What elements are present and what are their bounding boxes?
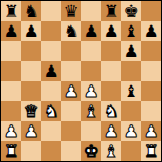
square-f7[interactable]: ♟ <box>101 21 121 41</box>
piece-black-knight[interactable]: ♞ <box>63 21 78 41</box>
square-d1[interactable] <box>61 141 81 161</box>
square-d7[interactable]: ♞ <box>61 21 81 41</box>
square-c1[interactable] <box>41 141 61 161</box>
square-h5[interactable] <box>141 61 161 81</box>
piece-white-rook[interactable]: ♜ <box>3 141 18 161</box>
square-d4[interactable]: ♟ <box>61 81 81 101</box>
square-a5[interactable] <box>1 61 21 81</box>
piece-black-pawn[interactable]: ♟ <box>83 21 98 41</box>
square-a4[interactable] <box>1 81 21 101</box>
square-f8[interactable]: ♜ <box>101 1 121 21</box>
square-g6[interactable]: ♟ <box>121 41 141 61</box>
square-f1[interactable]: ♝ <box>101 141 121 161</box>
square-h1[interactable]: ♜ <box>141 141 161 161</box>
square-f4[interactable] <box>101 81 121 101</box>
square-e2[interactable] <box>81 121 101 141</box>
piece-white-pawn[interactable]: ♟ <box>3 121 18 141</box>
square-c5[interactable]: ♟ <box>41 61 61 81</box>
square-g4[interactable]: ♝ <box>121 81 141 101</box>
square-g2[interactable]: ♟ <box>121 121 141 141</box>
piece-white-pawn[interactable]: ♟ <box>63 81 78 101</box>
square-a8[interactable]: ♜ <box>1 1 21 21</box>
square-h7[interactable]: ♟ <box>141 21 161 41</box>
piece-white-pawn[interactable]: ♟ <box>23 121 38 141</box>
square-d2[interactable] <box>61 121 81 141</box>
square-b4[interactable] <box>21 81 41 101</box>
piece-black-knight[interactable]: ♞ <box>23 1 38 21</box>
square-a7[interactable]: ♟ <box>1 21 21 41</box>
piece-white-knight[interactable]: ♞ <box>103 101 118 121</box>
square-b1[interactable] <box>21 141 41 161</box>
square-d6[interactable] <box>61 41 81 61</box>
square-e8[interactable] <box>81 1 101 21</box>
piece-black-pawn[interactable]: ♟ <box>143 21 158 41</box>
piece-black-pawn[interactable]: ♟ <box>23 21 38 41</box>
square-b7[interactable]: ♟ <box>21 21 41 41</box>
square-e7[interactable]: ♟ <box>81 21 101 41</box>
piece-black-rook[interactable]: ♜ <box>3 1 18 21</box>
piece-white-rook[interactable]: ♜ <box>143 141 158 161</box>
square-e3[interactable]: ♝ <box>81 101 101 121</box>
piece-white-queen[interactable]: ♛ <box>23 101 38 121</box>
square-d3[interactable] <box>61 101 81 121</box>
square-b2[interactable]: ♟ <box>21 121 41 141</box>
square-g8[interactable]: ♚ <box>121 1 141 21</box>
square-c4[interactable] <box>41 81 61 101</box>
piece-white-knight[interactable]: ♞ <box>43 101 58 121</box>
piece-white-bishop[interactable]: ♝ <box>103 141 118 161</box>
piece-black-pawn[interactable]: ♟ <box>43 61 58 81</box>
square-g3[interactable] <box>121 101 141 121</box>
chess-board-frame: ♜♞♛♜♚♟♟♞♟♟♝♟♟♟♟♟♝♛♞♝♞♟♟♟♟♟♜♚♝♜ <box>0 0 162 162</box>
piece-white-pawn[interactable]: ♟ <box>123 121 138 141</box>
piece-white-pawn[interactable]: ♟ <box>103 121 118 141</box>
chess-board: ♜♞♛♜♚♟♟♞♟♟♝♟♟♟♟♟♝♛♞♝♞♟♟♟♟♟♜♚♝♜ <box>1 1 161 161</box>
piece-black-pawn[interactable]: ♟ <box>3 21 18 41</box>
piece-white-pawn[interactable]: ♟ <box>143 121 158 141</box>
piece-black-bishop[interactable]: ♝ <box>123 81 138 101</box>
square-g1[interactable] <box>121 141 141 161</box>
piece-black-queen[interactable]: ♛ <box>63 1 78 21</box>
square-h2[interactable]: ♟ <box>141 121 161 141</box>
square-e4[interactable]: ♟ <box>81 81 101 101</box>
square-h3[interactable] <box>141 101 161 121</box>
square-a2[interactable]: ♟ <box>1 121 21 141</box>
square-c2[interactable] <box>41 121 61 141</box>
piece-black-bishop[interactable]: ♝ <box>123 21 138 41</box>
square-a3[interactable] <box>1 101 21 121</box>
square-d8[interactable]: ♛ <box>61 1 81 21</box>
square-h6[interactable] <box>141 41 161 61</box>
piece-white-bishop[interactable]: ♝ <box>83 101 98 121</box>
square-f5[interactable] <box>101 61 121 81</box>
piece-black-rook[interactable]: ♜ <box>103 1 118 21</box>
square-e1[interactable]: ♚ <box>81 141 101 161</box>
square-e5[interactable] <box>81 61 101 81</box>
square-g7[interactable]: ♝ <box>121 21 141 41</box>
piece-black-king[interactable]: ♚ <box>123 1 138 21</box>
square-f3[interactable]: ♞ <box>101 101 121 121</box>
square-c3[interactable]: ♞ <box>41 101 61 121</box>
square-b8[interactable]: ♞ <box>21 1 41 21</box>
piece-black-pawn[interactable]: ♟ <box>103 21 118 41</box>
piece-black-pawn[interactable]: ♟ <box>123 41 138 61</box>
square-f2[interactable]: ♟ <box>101 121 121 141</box>
square-c6[interactable] <box>41 41 61 61</box>
square-c8[interactable] <box>41 1 61 21</box>
square-f6[interactable] <box>101 41 121 61</box>
square-a1[interactable]: ♜ <box>1 141 21 161</box>
square-c7[interactable] <box>41 21 61 41</box>
square-g5[interactable] <box>121 61 141 81</box>
square-a6[interactable] <box>1 41 21 61</box>
square-b5[interactable] <box>21 61 41 81</box>
piece-white-pawn[interactable]: ♟ <box>83 81 98 101</box>
square-h8[interactable] <box>141 1 161 21</box>
square-h4[interactable] <box>141 81 161 101</box>
square-e6[interactable] <box>81 41 101 61</box>
square-b6[interactable] <box>21 41 41 61</box>
square-b3[interactable]: ♛ <box>21 101 41 121</box>
piece-white-king[interactable]: ♚ <box>83 141 98 161</box>
square-d5[interactable] <box>61 61 81 81</box>
